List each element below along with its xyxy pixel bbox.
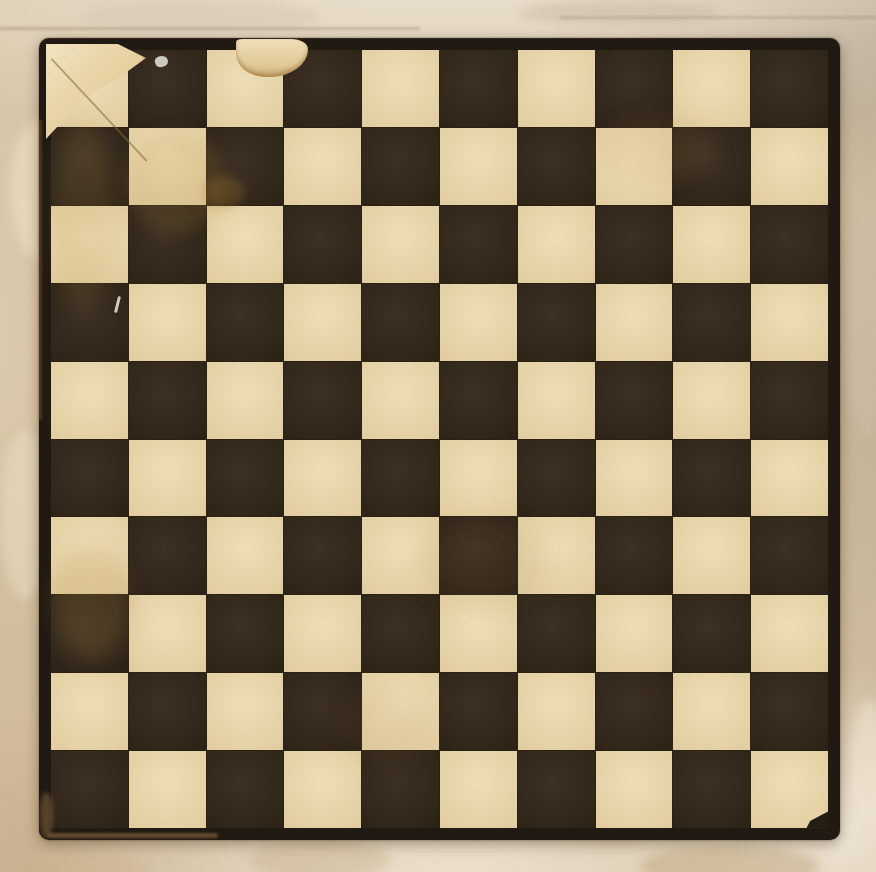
board-square-j4[interactable] (751, 517, 828, 594)
board-square-h9[interactable] (596, 128, 673, 205)
board-square-f7[interactable] (440, 284, 517, 361)
board-square-d1[interactable] (284, 751, 361, 828)
board-square-c7[interactable] (207, 284, 284, 361)
board-square-j7[interactable] (751, 284, 828, 361)
board-square-i9[interactable] (673, 128, 750, 205)
board-square-c9[interactable] (207, 128, 284, 205)
board-square-c8[interactable] (207, 206, 284, 283)
board-square-j5[interactable] (751, 440, 828, 517)
board-square-e3[interactable] (362, 595, 439, 672)
board-square-c1[interactable] (207, 751, 284, 828)
board-square-i1[interactable] (673, 751, 750, 828)
board-square-i10[interactable] (673, 50, 750, 127)
board-square-a6[interactable] (51, 362, 128, 439)
board-square-f9[interactable] (440, 128, 517, 205)
board-square-h1[interactable] (596, 751, 673, 828)
board-grid (51, 50, 828, 828)
board-square-b3[interactable] (129, 595, 206, 672)
board-square-g4[interactable] (518, 517, 595, 594)
board-square-h2[interactable] (596, 673, 673, 750)
board-square-h4[interactable] (596, 517, 673, 594)
board-square-i2[interactable] (673, 673, 750, 750)
board-square-g5[interactable] (518, 440, 595, 517)
board-square-h10[interactable] (596, 50, 673, 127)
board-square-b8[interactable] (129, 206, 206, 283)
board-square-j6[interactable] (751, 362, 828, 439)
board-square-j8[interactable] (751, 206, 828, 283)
board-square-d7[interactable] (284, 284, 361, 361)
board-square-g3[interactable] (518, 595, 595, 672)
frame-wear (38, 120, 42, 420)
board-square-i7[interactable] (673, 284, 750, 361)
board-square-e10[interactable] (362, 50, 439, 127)
board-square-d4[interactable] (284, 517, 361, 594)
stone-texture-patch (852, 700, 876, 830)
board-square-h3[interactable] (596, 595, 673, 672)
board-square-f3[interactable] (440, 595, 517, 672)
board-square-a3[interactable] (51, 595, 128, 672)
board-square-g9[interactable] (518, 128, 595, 205)
board-square-b2[interactable] (129, 673, 206, 750)
board-square-a2[interactable] (51, 673, 128, 750)
board-square-a9[interactable] (51, 128, 128, 205)
stone-texture-patch (640, 846, 820, 872)
board-square-c4[interactable] (207, 517, 284, 594)
board-square-b4[interactable] (129, 517, 206, 594)
board-square-i5[interactable] (673, 440, 750, 517)
board-square-a1[interactable] (51, 751, 128, 828)
board-frame (39, 38, 840, 840)
board-square-b7[interactable] (129, 284, 206, 361)
board-square-f1[interactable] (440, 751, 517, 828)
board-square-d9[interactable] (284, 128, 361, 205)
board-square-j2[interactable] (751, 673, 828, 750)
board-square-f4[interactable] (440, 517, 517, 594)
frame-wear (40, 792, 53, 838)
board-square-f2[interactable] (440, 673, 517, 750)
board-square-h8[interactable] (596, 206, 673, 283)
board-square-d2[interactable] (284, 673, 361, 750)
stone-texture-patch (250, 840, 390, 872)
board-square-g6[interactable] (518, 362, 595, 439)
board-square-c3[interactable] (207, 595, 284, 672)
board-square-j9[interactable] (751, 128, 828, 205)
board-square-c2[interactable] (207, 673, 284, 750)
board-square-h5[interactable] (596, 440, 673, 517)
board-square-e7[interactable] (362, 284, 439, 361)
board-square-e4[interactable] (362, 517, 439, 594)
board-square-d8[interactable] (284, 206, 361, 283)
board-square-g8[interactable] (518, 206, 595, 283)
stone-texture-patch (520, 0, 720, 26)
board-square-e1[interactable] (362, 751, 439, 828)
board-square-g10[interactable] (518, 50, 595, 127)
board-square-e5[interactable] (362, 440, 439, 517)
board-square-h6[interactable] (596, 362, 673, 439)
frame-wear (48, 833, 218, 838)
board-square-b9[interactable] (129, 128, 206, 205)
stone-texture-patch (30, 856, 150, 872)
board-square-b1[interactable] (129, 751, 206, 828)
board-square-d3[interactable] (284, 595, 361, 672)
board-square-g1[interactable] (518, 751, 595, 828)
board-square-j3[interactable] (751, 595, 828, 672)
stone-seam (0, 27, 420, 30)
stone-seam (560, 16, 876, 19)
board-square-d5[interactable] (284, 440, 361, 517)
board-square-b6[interactable] (129, 362, 206, 439)
board-square-d6[interactable] (284, 362, 361, 439)
board-square-e6[interactable] (362, 362, 439, 439)
board-square-f6[interactable] (440, 362, 517, 439)
board-square-e9[interactable] (362, 128, 439, 205)
board-square-b5[interactable] (129, 440, 206, 517)
board-square-i3[interactable] (673, 595, 750, 672)
board-square-c5[interactable] (207, 440, 284, 517)
board-square-e8[interactable] (362, 206, 439, 283)
board-square-i6[interactable] (673, 362, 750, 439)
board-square-g2[interactable] (518, 673, 595, 750)
board-square-i8[interactable] (673, 206, 750, 283)
board-square-a4[interactable] (51, 517, 128, 594)
board-square-i4[interactable] (673, 517, 750, 594)
board-square-h7[interactable] (596, 284, 673, 361)
board-square-g7[interactable] (518, 284, 595, 361)
board-square-j10[interactable] (751, 50, 828, 127)
board-square-a5[interactable] (51, 440, 128, 517)
board-square-a8[interactable] (51, 206, 128, 283)
board-square-j1[interactable] (751, 751, 828, 828)
stone-texture-patch (846, 200, 876, 440)
board-square-f5[interactable] (440, 440, 517, 517)
board-square-a7[interactable] (51, 284, 128, 361)
stone-table-surface (0, 0, 876, 872)
board-square-e2[interactable] (362, 673, 439, 750)
board-square-f10[interactable] (440, 50, 517, 127)
board-square-f8[interactable] (440, 206, 517, 283)
board-square-c6[interactable] (207, 362, 284, 439)
